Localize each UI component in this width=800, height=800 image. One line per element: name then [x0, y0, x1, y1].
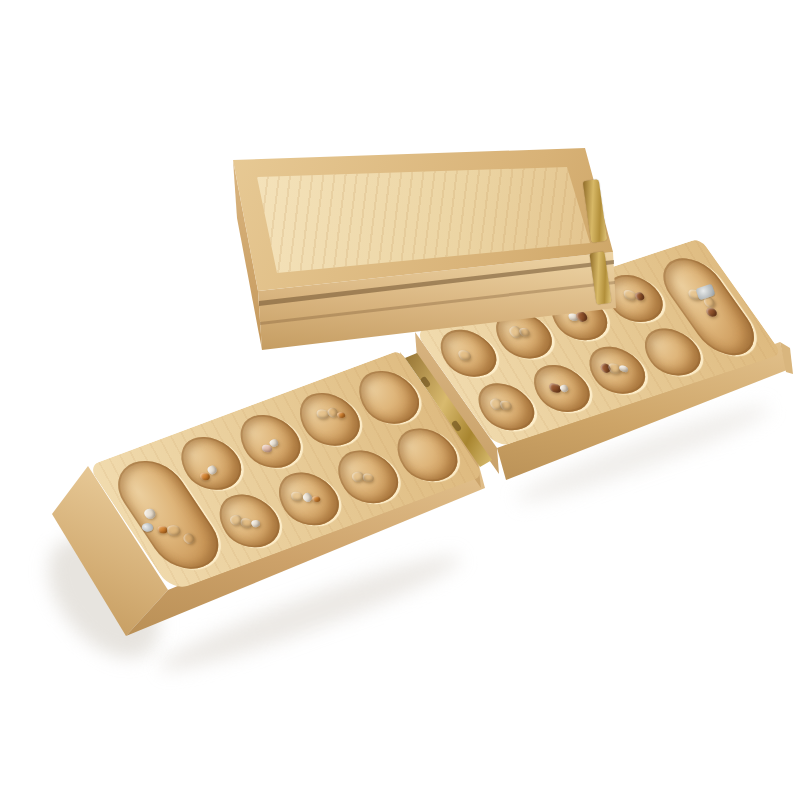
stone-white	[142, 507, 158, 521]
stone-brown	[633, 291, 646, 301]
stone-blue	[165, 525, 183, 538]
product-photo-scene	[0, 0, 800, 800]
magnet-disc	[140, 522, 155, 534]
stone-blue	[498, 400, 513, 410]
stone-blue	[362, 473, 375, 482]
stone-blue	[457, 350, 474, 361]
stone-orange	[311, 496, 321, 503]
stone-brown	[705, 308, 719, 318]
left-pit-grid	[168, 361, 469, 556]
stone-blue	[182, 531, 197, 545]
stone-orange	[336, 411, 347, 419]
